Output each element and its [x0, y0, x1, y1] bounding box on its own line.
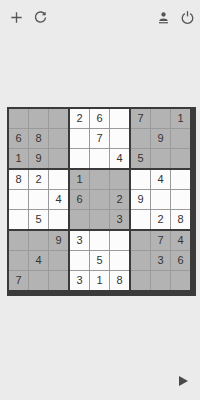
quit-button[interactable]: [179, 9, 195, 25]
cell-r2c6[interactable]: [110, 129, 129, 148]
cell-r8c5[interactable]: 5: [90, 251, 109, 270]
cell-r6c9[interactable]: 8: [171, 210, 190, 229]
new-puzzle-button[interactable]: [8, 9, 24, 25]
cell-r1c9[interactable]: 1: [171, 109, 190, 128]
cell-r2c8[interactable]: 9: [151, 129, 170, 148]
cell-r2c1[interactable]: 6: [9, 129, 28, 148]
cell-r3c8[interactable]: [151, 149, 170, 168]
cell-r4c3[interactable]: [49, 170, 68, 189]
cell-r5c2[interactable]: [29, 190, 48, 209]
box-8: 35318: [70, 231, 129, 290]
cell-r2c3[interactable]: [49, 129, 68, 148]
refresh-icon: [33, 10, 48, 25]
cell-r9c4[interactable]: 3: [70, 271, 89, 290]
cell-r1c6[interactable]: [110, 109, 129, 128]
cell-r6c6[interactable]: 3: [110, 210, 129, 229]
cell-r2c5[interactable]: 7: [90, 129, 109, 148]
cell-r1c4[interactable]: 2: [70, 109, 89, 128]
toolbar-right-group: [155, 9, 195, 25]
account-button[interactable]: [155, 9, 171, 25]
cell-r8c9[interactable]: 6: [171, 251, 190, 270]
cell-r5c6[interactable]: 2: [110, 190, 129, 209]
cell-r5c3[interactable]: 4: [49, 190, 68, 209]
cell-r6c3[interactable]: [49, 210, 68, 229]
cell-r2c7[interactable]: [131, 129, 150, 148]
cell-r7c2[interactable]: [29, 231, 48, 250]
cell-r3c4[interactable]: [70, 149, 89, 168]
cell-r2c9[interactable]: [171, 129, 190, 148]
cell-r9c8[interactable]: [151, 271, 170, 290]
cell-r7c5[interactable]: [90, 231, 109, 250]
cell-r9c6[interactable]: 8: [110, 271, 129, 290]
box-3: 7195: [131, 109, 190, 168]
cell-r9c5[interactable]: 1: [90, 271, 109, 290]
account-icon: [156, 10, 171, 25]
cell-r9c2[interactable]: [29, 271, 48, 290]
cell-r7c9[interactable]: 4: [171, 231, 190, 250]
play-icon: [178, 373, 189, 391]
cell-r9c9[interactable]: [171, 271, 190, 290]
plus-icon: [9, 10, 24, 25]
box-6: 4928: [131, 170, 190, 229]
cell-r7c6[interactable]: [110, 231, 129, 250]
cell-r7c3[interactable]: 9: [49, 231, 68, 250]
cell-r4c6[interactable]: [110, 170, 129, 189]
cell-r5c8[interactable]: [151, 190, 170, 209]
cell-r3c7[interactable]: 5: [131, 149, 150, 168]
sudoku-board: 681926747195824516234928947353187436: [7, 107, 196, 296]
cell-r5c9[interactable]: [171, 190, 190, 209]
box-9: 7436: [131, 231, 190, 290]
box-4: 8245: [9, 170, 68, 229]
cell-r2c4[interactable]: [70, 129, 89, 148]
cell-r8c6[interactable]: [110, 251, 129, 270]
cell-r8c4[interactable]: [70, 251, 89, 270]
top-toolbar: [8, 9, 195, 25]
cell-r5c7[interactable]: 9: [131, 190, 150, 209]
cell-r1c2[interactable]: [29, 109, 48, 128]
cell-r4c2[interactable]: 2: [29, 170, 48, 189]
cell-r1c3[interactable]: [49, 109, 68, 128]
cell-r6c2[interactable]: 5: [29, 210, 48, 229]
cell-r4c4[interactable]: 1: [70, 170, 89, 189]
box-7: 947: [9, 231, 68, 290]
cell-r8c7[interactable]: [131, 251, 150, 270]
cell-r4c5[interactable]: [90, 170, 109, 189]
cell-r8c1[interactable]: [9, 251, 28, 270]
cell-r6c1[interactable]: [9, 210, 28, 229]
cell-r8c3[interactable]: [49, 251, 68, 270]
cell-r4c8[interactable]: 4: [151, 170, 170, 189]
cell-r1c5[interactable]: 6: [90, 109, 109, 128]
cell-r9c7[interactable]: [131, 271, 150, 290]
cell-r6c5[interactable]: [90, 210, 109, 229]
cell-r7c7[interactable]: [131, 231, 150, 250]
cell-r3c9[interactable]: [171, 149, 190, 168]
cell-r1c7[interactable]: 7: [131, 109, 150, 128]
cell-r3c1[interactable]: 1: [9, 149, 28, 168]
power-icon: [180, 10, 195, 25]
cell-r5c1[interactable]: [9, 190, 28, 209]
cell-r7c1[interactable]: [9, 231, 28, 250]
cell-r7c4[interactable]: 3: [70, 231, 89, 250]
box-1: 6819: [9, 109, 68, 168]
cell-r8c8[interactable]: 3: [151, 251, 170, 270]
cell-r3c6[interactable]: 4: [110, 149, 129, 168]
box-5: 1623: [70, 170, 129, 229]
cell-r3c5[interactable]: [90, 149, 109, 168]
cell-r5c5[interactable]: [90, 190, 109, 209]
cell-r6c8[interactable]: 2: [151, 210, 170, 229]
cell-r2c2[interactable]: 8: [29, 129, 48, 148]
cell-r3c2[interactable]: 9: [29, 149, 48, 168]
cell-r6c4[interactable]: [70, 210, 89, 229]
cell-r7c8[interactable]: 7: [151, 231, 170, 250]
app-screen: 681926747195824516234928947353187436: [0, 0, 200, 400]
cell-r4c7[interactable]: [131, 170, 150, 189]
cell-r8c2[interactable]: 4: [29, 251, 48, 270]
cell-r9c1[interactable]: 7: [9, 271, 28, 290]
cell-r1c1[interactable]: [9, 109, 28, 128]
play-button[interactable]: [176, 375, 190, 389]
cell-r5c4[interactable]: 6: [70, 190, 89, 209]
cell-r1c8[interactable]: [151, 109, 170, 128]
cell-r4c1[interactable]: 8: [9, 170, 28, 189]
box-2: 2674: [70, 109, 129, 168]
restart-button[interactable]: [32, 9, 48, 25]
toolbar-left-group: [8, 9, 48, 25]
cell-r3c3[interactable]: [49, 149, 68, 168]
cell-r6c7[interactable]: [131, 210, 150, 229]
cell-r4c9[interactable]: [171, 170, 190, 189]
cell-r9c3[interactable]: [49, 271, 68, 290]
